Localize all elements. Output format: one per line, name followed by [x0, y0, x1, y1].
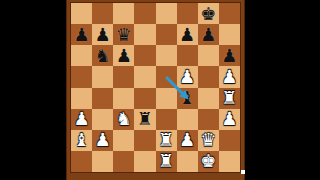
square-d4[interactable] [134, 88, 155, 109]
square-b5[interactable] [92, 66, 113, 87]
square-h3[interactable]: ♟ [219, 109, 240, 130]
piece-white-bishop[interactable]: ♝ [71, 130, 92, 151]
square-b4[interactable] [92, 88, 113, 109]
piece-black-rook[interactable]: ♜ [134, 109, 155, 130]
square-h8[interactable] [219, 3, 240, 24]
square-d7[interactable] [134, 24, 155, 45]
piece-white-queen[interactable]: ♛ [198, 130, 219, 151]
piece-black-king[interactable]: ♚ [198, 3, 219, 24]
square-f3[interactable] [177, 109, 198, 130]
square-d1[interactable] [134, 151, 155, 172]
piece-white-pawn[interactable]: ♟ [219, 66, 240, 87]
square-a2[interactable]: ♝ [71, 130, 92, 151]
square-e4[interactable] [156, 88, 177, 109]
square-f2[interactable]: ♟ [177, 130, 198, 151]
piece-white-rook[interactable]: ♜ [156, 151, 177, 172]
piece-black-pawn[interactable]: ♟ [71, 24, 92, 45]
piece-black-queen[interactable]: ♛ [113, 24, 134, 45]
square-a7[interactable]: ♟ [71, 24, 92, 45]
square-g7[interactable]: ♟ [198, 24, 219, 45]
square-e1[interactable]: ♜ [156, 151, 177, 172]
square-h4[interactable]: ♜ [219, 88, 240, 109]
piece-black-pawn[interactable]: ♟ [198, 24, 219, 45]
piece-white-pawn[interactable]: ♟ [177, 66, 198, 87]
square-a6[interactable] [71, 45, 92, 66]
square-g6[interactable] [198, 45, 219, 66]
piece-white-pawn[interactable]: ♟ [71, 109, 92, 130]
square-g2[interactable]: ♛ [198, 130, 219, 151]
square-h5[interactable]: ♟ [219, 66, 240, 87]
square-g5[interactable] [198, 66, 219, 87]
square-a4[interactable] [71, 88, 92, 109]
square-e6[interactable] [156, 45, 177, 66]
square-c4[interactable] [113, 88, 134, 109]
square-f8[interactable] [177, 3, 198, 24]
square-g4[interactable] [198, 88, 219, 109]
piece-white-rook[interactable]: ♜ [156, 130, 177, 151]
square-d6[interactable] [134, 45, 155, 66]
square-c6[interactable]: ♟ [113, 45, 134, 66]
square-d5[interactable] [134, 66, 155, 87]
piece-white-pawn[interactable]: ♟ [92, 130, 113, 151]
square-b8[interactable] [92, 3, 113, 24]
square-d8[interactable] [134, 3, 155, 24]
piece-black-pawn[interactable]: ♟ [113, 45, 134, 66]
square-b7[interactable]: ♟ [92, 24, 113, 45]
square-a5[interactable] [71, 66, 92, 87]
piece-white-pawn[interactable]: ♟ [219, 109, 240, 130]
square-h1[interactable] [219, 151, 240, 172]
square-c3[interactable]: ♞ [113, 109, 134, 130]
square-e3[interactable] [156, 109, 177, 130]
square-e7[interactable] [156, 24, 177, 45]
square-e8[interactable] [156, 3, 177, 24]
square-b2[interactable]: ♟ [92, 130, 113, 151]
square-f1[interactable] [177, 151, 198, 172]
square-f5[interactable]: ♟ [177, 66, 198, 87]
square-c2[interactable] [113, 130, 134, 151]
square-a8[interactable] [71, 3, 92, 24]
square-d3[interactable]: ♜ [134, 109, 155, 130]
square-e5[interactable] [156, 66, 177, 87]
square-c7[interactable]: ♛ [113, 24, 134, 45]
square-b6[interactable]: ♞ [92, 45, 113, 66]
piece-black-pawn[interactable]: ♟ [219, 45, 240, 66]
square-f4[interactable]: ♝ [177, 88, 198, 109]
square-h7[interactable] [219, 24, 240, 45]
piece-black-pawn[interactable]: ♟ [92, 24, 113, 45]
corner-dot [241, 170, 245, 174]
square-g8[interactable]: ♚ [198, 3, 219, 24]
piece-white-rook[interactable]: ♜ [219, 88, 240, 109]
piece-white-king[interactable]: ♚ [198, 151, 219, 172]
square-f6[interactable] [177, 45, 198, 66]
square-a1[interactable] [71, 151, 92, 172]
square-d2[interactable] [134, 130, 155, 151]
piece-white-knight[interactable]: ♞ [113, 109, 134, 130]
square-h6[interactable]: ♟ [219, 45, 240, 66]
square-c5[interactable] [113, 66, 134, 87]
square-f7[interactable]: ♟ [177, 24, 198, 45]
piece-black-bishop[interactable]: ♝ [177, 88, 198, 109]
piece-black-knight[interactable]: ♞ [92, 45, 113, 66]
piece-white-pawn[interactable]: ♟ [177, 130, 198, 151]
square-g3[interactable] [198, 109, 219, 130]
square-c8[interactable] [113, 3, 134, 24]
square-b1[interactable] [92, 151, 113, 172]
square-g1[interactable]: ♚ [198, 151, 219, 172]
square-e2[interactable]: ♜ [156, 130, 177, 151]
square-b3[interactable] [92, 109, 113, 130]
piece-black-pawn[interactable]: ♟ [177, 24, 198, 45]
square-a3[interactable]: ♟ [71, 109, 92, 130]
chess-board[interactable]: ♚♟♟♛♟♟♞♟♟♟♟♝♜♟♞♜♟♝♟♜♟♛♜♚ [71, 3, 240, 172]
square-h2[interactable] [219, 130, 240, 151]
square-c1[interactable] [113, 151, 134, 172]
